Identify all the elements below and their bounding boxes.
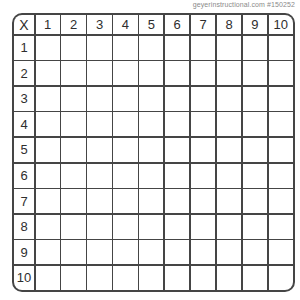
answer-cell-r2-c9[interactable]	[243, 61, 267, 85]
answer-cell-r9-c8[interactable]	[217, 240, 241, 264]
answer-cell-r3-c10[interactable]	[269, 87, 293, 111]
answer-cell-r9-c6[interactable]	[165, 240, 189, 264]
answer-cell-r5-c2[interactable]	[61, 138, 85, 162]
answer-cell-r8-c2[interactable]	[61, 215, 85, 239]
col-header-4: 4	[113, 15, 137, 34]
answer-cell-r9-c1[interactable]	[36, 240, 60, 264]
answer-cell-r2-c7[interactable]	[191, 61, 215, 85]
row-header-6: 6	[14, 164, 34, 188]
answer-cell-r4-c1[interactable]	[36, 112, 60, 136]
answer-cell-r5-c1[interactable]	[36, 138, 60, 162]
answer-cell-r6-c1[interactable]	[36, 164, 60, 188]
answer-cell-r1-c7[interactable]	[191, 36, 215, 60]
answer-cell-r4-c5[interactable]	[139, 112, 163, 136]
answer-cell-r2-c5[interactable]	[139, 61, 163, 85]
answer-cell-r3-c5[interactable]	[139, 87, 163, 111]
corner-cell: X	[14, 15, 34, 34]
answer-cell-r9-c5[interactable]	[139, 240, 163, 264]
answer-cell-r10-c4[interactable]	[113, 266, 137, 290]
answer-cell-r7-c1[interactable]	[36, 189, 60, 213]
answer-cell-r7-c4[interactable]	[113, 189, 137, 213]
answer-cell-r9-c7[interactable]	[191, 240, 215, 264]
answer-cell-r10-c9[interactable]	[243, 266, 267, 290]
answer-cell-r2-c4[interactable]	[113, 61, 137, 85]
answer-cell-r10-c3[interactable]	[87, 266, 111, 290]
row-header-10: 10	[14, 266, 34, 290]
worksheet-page: geyerinstructional.com #150252 X12345678…	[0, 0, 300, 300]
answer-cell-r8-c10[interactable]	[269, 215, 293, 239]
answer-cell-r7-c6[interactable]	[165, 189, 189, 213]
answer-cell-r2-c10[interactable]	[269, 61, 293, 85]
answer-cell-r3-c4[interactable]	[113, 87, 137, 111]
col-header-5: 5	[139, 15, 163, 34]
answer-cell-r2-c8[interactable]	[217, 61, 241, 85]
answer-cell-r1-c9[interactable]	[243, 36, 267, 60]
answer-cell-r5-c6[interactable]	[165, 138, 189, 162]
answer-cell-r10-c10[interactable]	[269, 266, 293, 290]
answer-cell-r8-c8[interactable]	[217, 215, 241, 239]
answer-cell-r9-c3[interactable]	[87, 240, 111, 264]
answer-cell-r6-c4[interactable]	[113, 164, 137, 188]
answer-cell-r3-c8[interactable]	[217, 87, 241, 111]
answer-cell-r8-c3[interactable]	[87, 215, 111, 239]
answer-cell-r4-c8[interactable]	[217, 112, 241, 136]
answer-cell-r10-c7[interactable]	[191, 266, 215, 290]
answer-cell-r6-c6[interactable]	[165, 164, 189, 188]
answer-cell-r7-c7[interactable]	[191, 189, 215, 213]
answer-cell-r6-c10[interactable]	[269, 164, 293, 188]
answer-cell-r10-c8[interactable]	[217, 266, 241, 290]
answer-cell-r2-c1[interactable]	[36, 61, 60, 85]
col-header-1: 1	[36, 15, 60, 34]
answer-cell-r5-c3[interactable]	[87, 138, 111, 162]
answer-cell-r7-c8[interactable]	[217, 189, 241, 213]
answer-cell-r10-c1[interactable]	[36, 266, 60, 290]
answer-cell-r4-c10[interactable]	[269, 112, 293, 136]
row-header-8: 8	[14, 215, 34, 239]
answer-cell-r6-c2[interactable]	[61, 164, 85, 188]
col-header-3: 3	[87, 15, 111, 34]
answer-cell-r6-c8[interactable]	[217, 164, 241, 188]
answer-cell-r5-c7[interactable]	[191, 138, 215, 162]
answer-cell-r6-c7[interactable]	[191, 164, 215, 188]
answer-cell-r8-c6[interactable]	[165, 215, 189, 239]
answer-cell-r8-c1[interactable]	[36, 215, 60, 239]
answer-cell-r2-c3[interactable]	[87, 61, 111, 85]
answer-cell-r9-c10[interactable]	[269, 240, 293, 264]
answer-cell-r8-c4[interactable]	[113, 215, 137, 239]
answer-cell-r1-c8[interactable]	[217, 36, 241, 60]
answer-cell-r7-c2[interactable]	[61, 189, 85, 213]
answer-cell-r9-c9[interactable]	[243, 240, 267, 264]
answer-cell-r4-c3[interactable]	[87, 112, 111, 136]
answer-cell-r8-c7[interactable]	[191, 215, 215, 239]
answer-cell-r1-c5[interactable]	[139, 36, 163, 60]
row-header-4: 4	[14, 112, 34, 136]
answer-cell-r5-c8[interactable]	[217, 138, 241, 162]
attribution-text: geyerinstructional.com #150252	[193, 1, 295, 8]
answer-cell-r7-c3[interactable]	[87, 189, 111, 213]
answer-cell-r6-c5[interactable]	[139, 164, 163, 188]
col-header-8: 8	[217, 15, 241, 34]
answer-cell-r5-c9[interactable]	[243, 138, 267, 162]
answer-cell-r9-c4[interactable]	[113, 240, 137, 264]
answer-cell-r1-c4[interactable]	[113, 36, 137, 60]
col-header-6: 6	[165, 15, 189, 34]
row-header-1: 1	[14, 36, 34, 60]
answer-cell-r4-c9[interactable]	[243, 112, 267, 136]
row-header-9: 9	[14, 240, 34, 264]
answer-cell-r10-c2[interactable]	[61, 266, 85, 290]
answer-cell-r1-c10[interactable]	[269, 36, 293, 60]
answer-cell-r1-c6[interactable]	[165, 36, 189, 60]
answer-cell-r4-c4[interactable]	[113, 112, 137, 136]
answer-cell-r4-c6[interactable]	[165, 112, 189, 136]
col-header-7: 7	[191, 15, 215, 34]
row-header-3: 3	[14, 87, 34, 111]
answer-cell-r6-c3[interactable]	[87, 164, 111, 188]
answer-cell-r2-c2[interactable]	[61, 61, 85, 85]
answer-cell-r10-c6[interactable]	[165, 266, 189, 290]
col-header-10: 10	[269, 15, 293, 34]
answer-cell-r5-c10[interactable]	[269, 138, 293, 162]
answer-cell-r1-c1[interactable]	[36, 36, 60, 60]
answer-cell-r3-c7[interactable]	[191, 87, 215, 111]
answer-cell-r3-c3[interactable]	[87, 87, 111, 111]
multiplication-grid: X1234567891012345678910	[12, 13, 295, 292]
col-header-9: 9	[243, 15, 267, 34]
answer-cell-r4-c2[interactable]	[61, 112, 85, 136]
col-header-2: 2	[61, 15, 85, 34]
answer-cell-r6-c9[interactable]	[243, 164, 267, 188]
row-header-7: 7	[14, 189, 34, 213]
answer-cell-r7-c9[interactable]	[243, 189, 267, 213]
answer-cell-r5-c5[interactable]	[139, 138, 163, 162]
answer-cell-r5-c4[interactable]	[113, 138, 137, 162]
answer-cell-r1-c3[interactable]	[87, 36, 111, 60]
answer-cell-r8-c9[interactable]	[243, 215, 267, 239]
answer-cell-r3-c2[interactable]	[61, 87, 85, 111]
row-header-5: 5	[14, 138, 34, 162]
answer-cell-r7-c10[interactable]	[269, 189, 293, 213]
answer-cell-r2-c6[interactable]	[165, 61, 189, 85]
answer-cell-r9-c2[interactable]	[61, 240, 85, 264]
answer-cell-r1-c2[interactable]	[61, 36, 85, 60]
answer-cell-r8-c5[interactable]	[139, 215, 163, 239]
answer-cell-r7-c5[interactable]	[139, 189, 163, 213]
answer-cell-r3-c9[interactable]	[243, 87, 267, 111]
row-header-2: 2	[14, 61, 34, 85]
answer-cell-r4-c7[interactable]	[191, 112, 215, 136]
answer-cell-r3-c6[interactable]	[165, 87, 189, 111]
answer-cell-r3-c1[interactable]	[36, 87, 60, 111]
answer-cell-r10-c5[interactable]	[139, 266, 163, 290]
